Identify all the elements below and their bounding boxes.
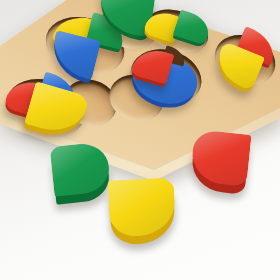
photo-scene [0, 0, 280, 280]
